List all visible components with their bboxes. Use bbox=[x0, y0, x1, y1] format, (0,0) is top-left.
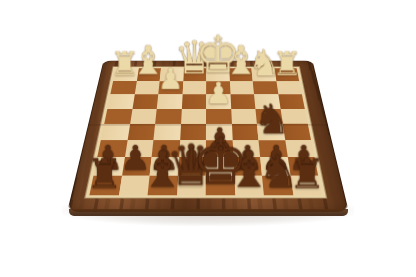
white-rook: ♜ bbox=[110, 48, 139, 81]
square-g8: ♞ bbox=[262, 175, 293, 195]
square-b8 bbox=[118, 175, 149, 195]
square-b5 bbox=[127, 124, 155, 140]
square-h3 bbox=[278, 94, 305, 108]
square-c4 bbox=[155, 109, 181, 124]
square-a6 bbox=[97, 140, 127, 157]
square-e4 bbox=[206, 109, 231, 124]
square-g3 bbox=[254, 94, 280, 108]
photo-canvas: ♜♝♛♚♝♞♜♟♟♞♟♟♟♟♟♟♟♟♜♝♛♚♝♞♜ bbox=[0, 0, 416, 277]
square-b3 bbox=[132, 94, 158, 108]
square-b4 bbox=[130, 109, 157, 124]
square-a3 bbox=[107, 94, 134, 108]
square-b1: ♝ bbox=[136, 68, 161, 81]
square-c2: ♟ bbox=[158, 81, 183, 94]
square-a7: ♟ bbox=[93, 157, 124, 175]
square-f5 bbox=[231, 124, 258, 140]
square-e2 bbox=[206, 81, 230, 94]
square-e1: ♚ bbox=[206, 68, 229, 81]
square-a4 bbox=[104, 109, 132, 124]
square-g4 bbox=[255, 109, 282, 124]
square-a8: ♜ bbox=[89, 175, 121, 195]
square-d4 bbox=[181, 109, 206, 124]
square-g5: ♞ bbox=[257, 124, 285, 140]
board-front-edge bbox=[69, 209, 348, 216]
board-margin: ♜♝♛♚♝♞♜♟♟♞♟♟♟♟♟♟♟♟♜♝♛♚♝♞♜ bbox=[84, 66, 327, 198]
square-h4 bbox=[280, 109, 308, 124]
square-f3 bbox=[230, 94, 255, 108]
square-b2 bbox=[134, 81, 159, 94]
square-f7: ♟ bbox=[233, 157, 262, 175]
square-d6 bbox=[179, 140, 206, 157]
square-g2 bbox=[253, 81, 278, 94]
square-a1: ♜ bbox=[113, 68, 138, 81]
square-h5 bbox=[282, 124, 311, 140]
square-e3: ♟ bbox=[206, 94, 231, 108]
square-f2 bbox=[229, 81, 254, 94]
square-f4 bbox=[231, 109, 257, 124]
square-d7: ♟ bbox=[178, 157, 206, 175]
square-c1 bbox=[160, 68, 184, 81]
square-c6 bbox=[152, 140, 180, 157]
square-g6 bbox=[258, 140, 287, 157]
square-h6 bbox=[285, 140, 315, 157]
square-d8: ♛ bbox=[177, 175, 206, 195]
square-f6 bbox=[232, 140, 260, 157]
square-f8: ♝ bbox=[234, 175, 264, 195]
square-h1: ♜ bbox=[274, 68, 299, 81]
square-c5 bbox=[153, 124, 180, 140]
square-d1: ♛ bbox=[183, 68, 206, 81]
square-d5 bbox=[180, 124, 206, 140]
square-h2 bbox=[276, 81, 302, 94]
square-c8: ♝ bbox=[148, 175, 178, 195]
square-h7: ♟ bbox=[287, 157, 318, 175]
square-e8: ♚ bbox=[206, 175, 235, 195]
square-g7: ♟ bbox=[260, 157, 290, 175]
white-rook: ♜ bbox=[273, 48, 302, 81]
square-b7: ♟ bbox=[122, 157, 152, 175]
chess-board: ♜♝♛♚♝♞♜♟♟♞♟♟♟♟♟♟♟♟♜♝♛♚♝♞♜ bbox=[67, 61, 349, 212]
square-h8: ♜ bbox=[290, 175, 322, 195]
square-f1: ♝ bbox=[229, 68, 253, 81]
square-c3 bbox=[157, 94, 182, 108]
square-a2 bbox=[110, 81, 136, 94]
square-d3 bbox=[181, 94, 206, 108]
square-e6: ♟ bbox=[206, 140, 233, 157]
black-pawn: ♟ bbox=[205, 123, 235, 156]
square-e5 bbox=[206, 124, 232, 140]
square-d2 bbox=[182, 81, 206, 94]
board-grid: ♜♝♛♚♝♞♜♟♟♞♟♟♟♟♟♟♟♟♜♝♛♚♝♞♜ bbox=[89, 68, 322, 195]
square-e7 bbox=[206, 157, 234, 175]
square-b6 bbox=[124, 140, 153, 157]
square-c7: ♟ bbox=[150, 157, 179, 175]
square-a5 bbox=[101, 124, 130, 140]
square-g1: ♞ bbox=[251, 68, 275, 81]
